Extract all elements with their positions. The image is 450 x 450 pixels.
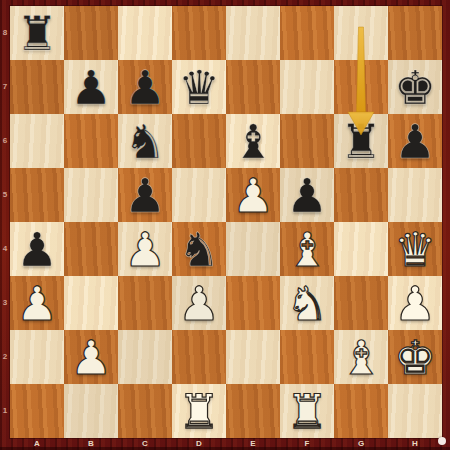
square-g2[interactable]: ♝ xyxy=(334,330,388,384)
square-c7[interactable]: ♟ xyxy=(118,60,172,114)
black-rook[interactable]: ♜ xyxy=(10,6,64,60)
square-a5[interactable] xyxy=(10,168,64,222)
square-h3[interactable]: ♟ xyxy=(388,276,442,330)
square-e8[interactable] xyxy=(226,6,280,60)
square-a1[interactable] xyxy=(10,384,64,438)
black-king[interactable]: ♚ xyxy=(388,60,442,114)
square-f4[interactable]: ♝ xyxy=(280,222,334,276)
black-knight[interactable]: ♞ xyxy=(172,222,226,276)
square-c4[interactable]: ♟ xyxy=(118,222,172,276)
white-to-move-indicator xyxy=(438,437,446,445)
rank-label-2: 2 xyxy=(0,330,10,384)
file-label-g: G xyxy=(334,438,388,450)
square-e3[interactable] xyxy=(226,276,280,330)
black-pawn[interactable]: ♟ xyxy=(118,168,172,222)
white-queen[interactable]: ♛ xyxy=(388,222,442,276)
white-pawn[interactable]: ♟ xyxy=(226,168,280,222)
black-pawn[interactable]: ♟ xyxy=(118,60,172,114)
white-bishop[interactable]: ♝ xyxy=(280,222,334,276)
square-e2[interactable] xyxy=(226,330,280,384)
square-e5[interactable]: ♟ xyxy=(226,168,280,222)
square-h1[interactable] xyxy=(388,384,442,438)
white-rook[interactable]: ♜ xyxy=(172,384,226,438)
square-c1[interactable] xyxy=(118,384,172,438)
square-g3[interactable] xyxy=(334,276,388,330)
square-e1[interactable] xyxy=(226,384,280,438)
white-pawn[interactable]: ♟ xyxy=(118,222,172,276)
square-b2[interactable]: ♟ xyxy=(64,330,118,384)
square-a7[interactable] xyxy=(10,60,64,114)
square-b5[interactable] xyxy=(64,168,118,222)
square-c2[interactable] xyxy=(118,330,172,384)
square-h4[interactable]: ♛ xyxy=(388,222,442,276)
square-h7[interactable]: ♚ xyxy=(388,60,442,114)
square-h2[interactable]: ♚ xyxy=(388,330,442,384)
square-f8[interactable] xyxy=(280,6,334,60)
square-d1[interactable]: ♜ xyxy=(172,384,226,438)
rank-label-5: 5 xyxy=(0,168,10,222)
rank-label-7: 7 xyxy=(0,60,10,114)
square-h8[interactable] xyxy=(388,6,442,60)
square-d7[interactable]: ♛ xyxy=(172,60,226,114)
rank-label-1: 1 xyxy=(0,384,10,438)
rank-label-3: 3 xyxy=(0,276,10,330)
white-king[interactable]: ♚ xyxy=(388,330,442,384)
square-b1[interactable] xyxy=(64,384,118,438)
square-f1[interactable]: ♜ xyxy=(280,384,334,438)
white-rook[interactable]: ♜ xyxy=(280,384,334,438)
black-rook[interactable]: ♜ xyxy=(334,114,388,168)
black-bishop[interactable]: ♝ xyxy=(226,114,280,168)
file-label-h: H xyxy=(388,438,442,450)
black-knight[interactable]: ♞ xyxy=(118,114,172,168)
square-c6[interactable]: ♞ xyxy=(118,114,172,168)
black-pawn[interactable]: ♟ xyxy=(64,60,118,114)
square-a3[interactable]: ♟ xyxy=(10,276,64,330)
square-c8[interactable] xyxy=(118,6,172,60)
square-d3[interactable]: ♟ xyxy=(172,276,226,330)
file-label-a: A xyxy=(10,438,64,450)
rank-label-8: 8 xyxy=(0,6,10,60)
square-f7[interactable] xyxy=(280,60,334,114)
file-label-b: B xyxy=(64,438,118,450)
square-c3[interactable] xyxy=(118,276,172,330)
square-a8[interactable]: ♜ xyxy=(10,6,64,60)
square-g7[interactable] xyxy=(334,60,388,114)
square-f5[interactable]: ♟ xyxy=(280,168,334,222)
rank-label-6: 6 xyxy=(0,114,10,168)
square-b3[interactable] xyxy=(64,276,118,330)
square-g8[interactable] xyxy=(334,6,388,60)
black-queen[interactable]: ♛ xyxy=(172,60,226,114)
file-label-d: D xyxy=(172,438,226,450)
square-b4[interactable] xyxy=(64,222,118,276)
square-d8[interactable] xyxy=(172,6,226,60)
file-label-e: E xyxy=(226,438,280,450)
file-label-f: F xyxy=(280,438,334,450)
square-f6[interactable] xyxy=(280,114,334,168)
square-e4[interactable] xyxy=(226,222,280,276)
square-d2[interactable] xyxy=(172,330,226,384)
black-pawn[interactable]: ♟ xyxy=(280,168,334,222)
square-f2[interactable] xyxy=(280,330,334,384)
square-f3[interactable]: ♞ xyxy=(280,276,334,330)
white-pawn[interactable]: ♟ xyxy=(172,276,226,330)
square-d5[interactable] xyxy=(172,168,226,222)
square-h5[interactable] xyxy=(388,168,442,222)
square-g5[interactable] xyxy=(334,168,388,222)
square-a2[interactable] xyxy=(10,330,64,384)
square-d4[interactable]: ♞ xyxy=(172,222,226,276)
rank-label-4: 4 xyxy=(0,222,10,276)
square-b7[interactable]: ♟ xyxy=(64,60,118,114)
file-label-c: C xyxy=(118,438,172,450)
white-pawn[interactable]: ♟ xyxy=(388,276,442,330)
black-pawn[interactable]: ♟ xyxy=(388,114,442,168)
square-e7[interactable] xyxy=(226,60,280,114)
square-g4[interactable] xyxy=(334,222,388,276)
square-g6[interactable]: ♜ xyxy=(334,114,388,168)
square-b6[interactable] xyxy=(64,114,118,168)
square-h6[interactable]: ♟ xyxy=(388,114,442,168)
square-d6[interactable] xyxy=(172,114,226,168)
white-knight[interactable]: ♞ xyxy=(280,276,334,330)
square-a4[interactable]: ♟ xyxy=(10,222,64,276)
white-pawn[interactable]: ♟ xyxy=(64,330,118,384)
square-c5[interactable]: ♟ xyxy=(118,168,172,222)
chess-board: ♜♟♟♛♚♞♝♜♟♟♟♟♟♟♞♝♛♟♟♞♟♟♝♚♜♜ xyxy=(10,6,442,438)
black-pawn[interactable]: ♟ xyxy=(10,222,64,276)
square-b8[interactable] xyxy=(64,6,118,60)
square-a6[interactable] xyxy=(10,114,64,168)
chess-board-panel: ♜♟♟♛♚♞♝♜♟♟♟♟♟♟♞♝♛♟♟♞♟♟♝♚♜♜ 8 7 6 5 4 3 2… xyxy=(0,0,450,450)
white-bishop[interactable]: ♝ xyxy=(334,330,388,384)
white-pawn[interactable]: ♟ xyxy=(10,276,64,330)
square-g1[interactable] xyxy=(334,384,388,438)
square-e6[interactable]: ♝ xyxy=(226,114,280,168)
